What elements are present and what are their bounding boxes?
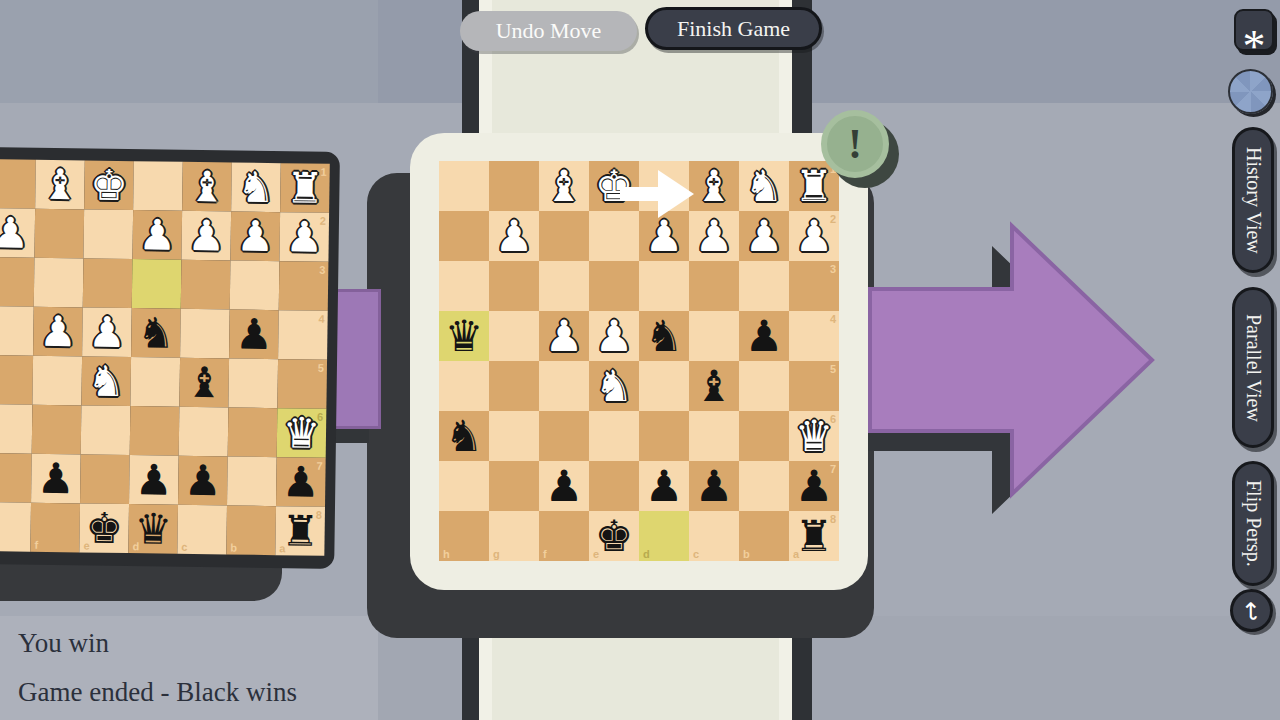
square-a2[interactable]: ♟2 <box>789 211 839 261</box>
white-pawn: ♟ <box>132 210 182 260</box>
black-knight: ♞ <box>439 411 489 461</box>
square-g6[interactable] <box>489 411 539 461</box>
exclamation-icon: ! <box>848 120 862 168</box>
square-h1[interactable] <box>439 161 489 211</box>
square-e5[interactable]: ♞ <box>81 356 131 406</box>
rank-label: 4 <box>830 313 836 325</box>
flip-perspective-button[interactable]: Flip Persp. <box>1232 461 1274 586</box>
square-f2[interactable] <box>34 209 84 259</box>
square-a5[interactable]: 5 <box>277 359 327 409</box>
square-e4[interactable]: ♟ <box>589 311 639 361</box>
color-wheel-button[interactable] <box>1228 69 1273 114</box>
square-g3[interactable] <box>489 261 539 311</box>
square-d6[interactable] <box>130 406 180 456</box>
black-bishop: ♝ <box>689 361 739 411</box>
square-e8[interactable]: ♚e <box>79 503 129 553</box>
square-f5[interactable] <box>32 356 82 406</box>
rank-label: 3 <box>319 264 325 276</box>
square-b1[interactable]: ♞ <box>739 161 789 211</box>
square-d5[interactable] <box>130 357 180 407</box>
square-c1[interactable]: ♝ <box>182 162 232 212</box>
square-a3[interactable]: 3 <box>789 261 839 311</box>
square-g6[interactable] <box>0 404 32 454</box>
black-pawn: ♟ <box>689 461 739 511</box>
square-h7[interactable] <box>439 461 489 511</box>
square-h8[interactable]: h <box>439 511 489 561</box>
square-c4[interactable] <box>180 309 230 359</box>
square-a7[interactable]: ♟7 <box>789 461 839 511</box>
square-b2[interactable]: ♟ <box>230 211 280 261</box>
undo-move-button[interactable]: Undo Move <box>460 11 637 51</box>
square-e7[interactable] <box>80 454 130 504</box>
square-g5[interactable] <box>0 355 33 405</box>
rank-label: 5 <box>830 363 836 375</box>
square-c8[interactable]: c <box>689 511 739 561</box>
square-b6[interactable] <box>739 411 789 461</box>
square-a2[interactable]: ♟2 <box>279 212 329 262</box>
file-label: b <box>743 548 750 560</box>
square-g2[interactable]: ♟ <box>489 211 539 261</box>
black-pawn: ♟ <box>639 461 689 511</box>
rank-label: 2 <box>830 213 836 225</box>
square-b3[interactable] <box>230 260 280 310</box>
next-board-arrow <box>830 195 1170 525</box>
white-pawn: ♟ <box>181 211 231 261</box>
white-bishop: ♝ <box>182 162 232 212</box>
black-bishop: ♝ <box>179 358 229 408</box>
file-label: g <box>493 548 500 560</box>
background-band-top-left <box>0 0 378 103</box>
square-d1[interactable] <box>133 161 183 211</box>
file-label: f <box>543 548 547 560</box>
square-c6[interactable] <box>689 411 739 461</box>
square-f4[interactable]: ♟ <box>539 311 589 361</box>
finish-game-label: Finish Game <box>677 16 790 42</box>
square-e8[interactable]: ♚e <box>589 511 639 561</box>
menu-asterisk-button[interactable]: * <box>1234 9 1274 51</box>
square-f2[interactable] <box>539 211 589 261</box>
file-label: a <box>793 548 799 560</box>
square-b7[interactable] <box>739 461 789 511</box>
square-e7[interactable] <box>589 461 639 511</box>
status-game-ended: Game ended - Black wins <box>18 677 297 708</box>
square-f6[interactable] <box>539 411 589 461</box>
rank-label: 6 <box>830 413 836 425</box>
square-b4[interactable]: ♟ <box>739 311 789 361</box>
square-f1[interactable]: ♝ <box>539 161 589 211</box>
black-pawn: ♟ <box>539 461 589 511</box>
square-g5[interactable] <box>489 361 539 411</box>
square-e5[interactable]: ♞ <box>589 361 639 411</box>
square-g3[interactable] <box>0 257 34 307</box>
return-arrow-icon: ↩ <box>1237 600 1265 620</box>
file-label: d <box>132 540 139 552</box>
flip-perspective-label: Flip Persp. <box>1242 480 1265 567</box>
square-h3[interactable] <box>439 261 489 311</box>
square-e3[interactable] <box>83 258 133 308</box>
left-board-frame: ♝♚♝♞♜1♟♟♟♟♟23♟♟♞♟4♞♝5♞♛6♟♟♟♟7hgf♚e♛dcb♜8… <box>0 146 340 569</box>
square-a6[interactable]: ♛6 <box>789 411 839 461</box>
square-f5[interactable] <box>539 361 589 411</box>
square-c6[interactable] <box>179 407 229 457</box>
left-chess-board[interactable]: ♝♚♝♞♜1♟♟♟♟♟23♟♟♞♟4♞♝5♞♛6♟♟♟♟7hgf♚e♛dcb♜8… <box>0 158 330 555</box>
square-a7[interactable]: ♟7 <box>276 457 326 507</box>
black-queen: ♛ <box>439 311 489 361</box>
white-knight: ♞ <box>589 361 639 411</box>
file-label: c <box>693 548 699 560</box>
rank-label: 5 <box>318 362 324 374</box>
white-bishop: ♝ <box>539 161 589 211</box>
asterisk-icon: * <box>1243 19 1266 51</box>
file-label: e <box>593 548 599 560</box>
square-f8[interactable]: f <box>539 511 589 561</box>
white-pawn: ♟ <box>539 311 589 361</box>
white-king: ♚ <box>84 160 134 210</box>
square-f1[interactable]: ♝ <box>35 160 85 210</box>
square-h4[interactable]: ♛ <box>439 311 489 361</box>
square-f7[interactable]: ♟ <box>31 454 81 504</box>
rank-label: 7 <box>316 460 322 472</box>
square-f3[interactable] <box>539 261 589 311</box>
square-c2[interactable]: ♟ <box>181 211 231 261</box>
square-c7[interactable]: ♟ <box>178 456 228 506</box>
square-g7[interactable] <box>0 453 32 503</box>
rank-label: 7 <box>830 463 836 475</box>
return-button[interactable]: ↩ <box>1230 589 1273 632</box>
square-f6[interactable] <box>32 405 82 455</box>
file-label: d <box>643 548 650 560</box>
square-h2[interactable] <box>439 211 489 261</box>
square-g2[interactable]: ♟ <box>0 208 35 258</box>
square-a4[interactable]: 4 <box>278 310 328 360</box>
white-pawn: ♟ <box>33 307 83 357</box>
white-pawn: ♟ <box>589 311 639 361</box>
square-b1[interactable]: ♞ <box>231 162 281 212</box>
square-b6[interactable] <box>228 407 278 457</box>
black-pawn: ♟ <box>31 454 81 504</box>
square-c5[interactable]: ♝ <box>689 361 739 411</box>
rank-label: 3 <box>830 263 836 275</box>
square-c3[interactable] <box>689 261 739 311</box>
square-e2[interactable] <box>83 209 133 259</box>
app-window: ♝♚♝♞♜1♟♟♟♟♟23♟♟♞♟4♞♝5♞♛6♟♟♟♟7hgf♚e♛dcb♜8… <box>0 0 1280 720</box>
square-g1[interactable] <box>489 161 539 211</box>
square-g1[interactable] <box>0 159 36 209</box>
square-a5[interactable]: 5 <box>789 361 839 411</box>
square-f3[interactable] <box>34 258 84 308</box>
square-g4[interactable] <box>489 311 539 361</box>
history-view-button[interactable]: History View <box>1232 127 1274 273</box>
square-b5[interactable] <box>739 361 789 411</box>
black-pawn: ♟ <box>229 309 279 359</box>
black-pawn: ♟ <box>129 455 179 505</box>
black-knight: ♞ <box>131 308 181 358</box>
square-d3[interactable] <box>639 261 689 311</box>
white-knight: ♞ <box>81 356 131 406</box>
white-pawn: ♟ <box>230 211 280 261</box>
square-b5[interactable] <box>228 358 278 408</box>
white-pawn: ♟ <box>82 307 132 357</box>
undo-move-label: Undo Move <box>496 18 602 44</box>
square-b3[interactable] <box>739 261 789 311</box>
square-f7[interactable]: ♟ <box>539 461 589 511</box>
square-c8[interactable]: c <box>177 505 227 555</box>
file-label: b <box>230 542 237 554</box>
square-h6[interactable]: ♞ <box>439 411 489 461</box>
square-a1[interactable]: ♜1 <box>280 163 330 213</box>
square-a3[interactable]: 3 <box>279 261 329 311</box>
rank-label: 6 <box>317 411 323 423</box>
file-label: a <box>279 542 285 554</box>
square-d4[interactable]: ♞ <box>639 311 689 361</box>
square-b8[interactable]: b <box>739 511 789 561</box>
move-arrow-icon <box>610 164 698 224</box>
square-f8[interactable]: f <box>30 503 80 553</box>
white-knight: ♞ <box>231 162 281 212</box>
square-d7[interactable]: ♟ <box>639 461 689 511</box>
square-b8[interactable]: b <box>226 505 276 555</box>
square-e1[interactable]: ♚ <box>84 160 134 210</box>
next-board-arrow-body <box>870 226 1152 494</box>
square-a4[interactable]: 4 <box>789 311 839 361</box>
square-e3[interactable] <box>589 261 639 311</box>
square-g4[interactable] <box>0 306 34 356</box>
file-label: c <box>181 541 187 553</box>
file-label: e <box>83 539 89 551</box>
square-h5[interactable] <box>439 361 489 411</box>
white-bishop: ♝ <box>35 160 85 210</box>
black-knight: ♞ <box>639 311 689 361</box>
finish-game-button[interactable]: Finish Game <box>645 7 822 50</box>
square-d7[interactable]: ♟ <box>129 455 179 505</box>
rank-label: 8 <box>830 513 836 525</box>
file-label: f <box>34 539 38 551</box>
square-d4[interactable]: ♞ <box>131 308 181 358</box>
square-e6[interactable] <box>81 405 131 455</box>
file-label: h <box>443 548 450 560</box>
square-g8[interactable]: g <box>489 511 539 561</box>
history-view-label: History View <box>1242 147 1265 254</box>
square-e6[interactable] <box>589 411 639 461</box>
square-d8[interactable]: d <box>639 511 689 561</box>
square-a6[interactable]: ♛6 <box>277 408 327 458</box>
square-c7[interactable]: ♟ <box>689 461 739 511</box>
square-c4[interactable] <box>689 311 739 361</box>
square-a8[interactable]: ♜8a <box>789 511 839 561</box>
parallel-view-label: Parallel View <box>1242 314 1265 422</box>
white-knight: ♞ <box>739 161 789 211</box>
square-d2[interactable]: ♟ <box>132 210 182 260</box>
black-pawn: ♟ <box>178 456 228 506</box>
square-e4[interactable]: ♟ <box>82 307 132 357</box>
white-pawn: ♟ <box>739 211 789 261</box>
rank-label: 1 <box>320 166 326 178</box>
rank-label: 8 <box>316 509 322 521</box>
square-b4[interactable]: ♟ <box>229 309 279 359</box>
square-b7[interactable] <box>227 456 277 506</box>
square-g7[interactable] <box>489 461 539 511</box>
square-d8[interactable]: ♛d <box>128 504 178 554</box>
white-pawn: ♟ <box>489 211 539 261</box>
parallel-view-button[interactable]: Parallel View <box>1232 287 1274 448</box>
square-c3[interactable] <box>181 260 231 310</box>
black-pawn: ♟ <box>739 311 789 361</box>
square-d6[interactable] <box>639 411 689 461</box>
alert-badge[interactable]: ! <box>821 110 889 178</box>
rank-label: 2 <box>320 215 326 227</box>
square-g8[interactable]: g <box>0 502 31 552</box>
status-you-win: You win <box>18 628 109 659</box>
white-pawn: ♟ <box>0 208 35 258</box>
square-b2[interactable]: ♟ <box>739 211 789 261</box>
square-f4[interactable]: ♟ <box>33 307 83 357</box>
square-a8[interactable]: ♜8a <box>275 506 325 556</box>
square-c5[interactable]: ♝ <box>179 358 229 408</box>
square-d3[interactable] <box>132 259 182 309</box>
square-d5[interactable] <box>639 361 689 411</box>
rank-label: 4 <box>318 313 324 325</box>
